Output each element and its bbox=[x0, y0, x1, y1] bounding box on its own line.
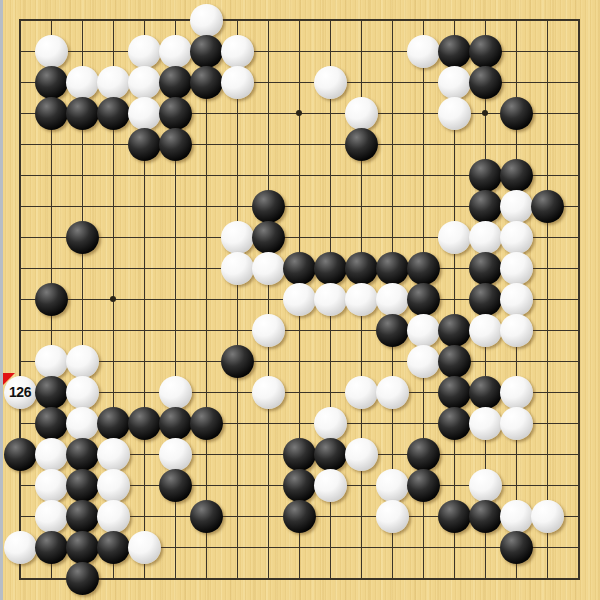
black-stone bbox=[407, 283, 440, 316]
white-stone bbox=[345, 438, 378, 471]
white-stone bbox=[159, 35, 192, 68]
white-stone bbox=[35, 438, 68, 471]
black-stone bbox=[159, 97, 192, 130]
white-stone bbox=[66, 407, 99, 440]
black-stone bbox=[438, 500, 471, 533]
star-point bbox=[482, 110, 488, 116]
white-stone bbox=[438, 221, 471, 254]
black-stone bbox=[35, 66, 68, 99]
white-stone bbox=[252, 252, 285, 285]
black-stone bbox=[128, 128, 161, 161]
go-board[interactable]: 126 bbox=[0, 0, 600, 600]
black-stone bbox=[438, 345, 471, 378]
black-stone bbox=[159, 469, 192, 502]
black-stone bbox=[66, 469, 99, 502]
white-stone bbox=[283, 283, 316, 316]
white-stone bbox=[221, 66, 254, 99]
black-stone bbox=[438, 314, 471, 347]
black-stone bbox=[66, 438, 99, 471]
black-stone bbox=[159, 407, 192, 440]
black-stone bbox=[66, 500, 99, 533]
white-stone bbox=[66, 66, 99, 99]
white-stone bbox=[376, 283, 409, 316]
black-stone bbox=[469, 66, 502, 99]
black-stone bbox=[35, 283, 68, 316]
white-stone bbox=[252, 314, 285, 347]
white-stone bbox=[407, 314, 440, 347]
white-stone bbox=[159, 438, 192, 471]
white-stone bbox=[221, 35, 254, 68]
white-stone bbox=[500, 283, 533, 316]
white-stone bbox=[531, 500, 564, 533]
white-stone bbox=[469, 221, 502, 254]
black-stone bbox=[252, 221, 285, 254]
black-stone bbox=[66, 562, 99, 595]
white-stone bbox=[35, 35, 68, 68]
white-stone bbox=[314, 407, 347, 440]
black-stone bbox=[159, 128, 192, 161]
white-stone bbox=[35, 345, 68, 378]
black-stone bbox=[190, 66, 223, 99]
star-point bbox=[296, 110, 302, 116]
black-stone bbox=[128, 407, 161, 440]
white-stone bbox=[376, 469, 409, 502]
white-stone bbox=[66, 376, 99, 409]
black-stone bbox=[221, 345, 254, 378]
black-stone bbox=[345, 252, 378, 285]
window-edge-strip bbox=[0, 0, 3, 600]
black-stone bbox=[283, 500, 316, 533]
white-stone bbox=[500, 252, 533, 285]
white-stone bbox=[345, 376, 378, 409]
black-stone bbox=[345, 128, 378, 161]
black-stone bbox=[314, 438, 347, 471]
white-stone bbox=[407, 345, 440, 378]
white-stone bbox=[469, 469, 502, 502]
black-stone bbox=[469, 35, 502, 68]
white-stone bbox=[252, 376, 285, 409]
white-stone bbox=[314, 469, 347, 502]
white-stone bbox=[500, 314, 533, 347]
white-stone bbox=[35, 469, 68, 502]
black-stone bbox=[500, 159, 533, 192]
grid-line bbox=[547, 20, 548, 578]
black-stone bbox=[35, 376, 68, 409]
black-stone bbox=[469, 376, 502, 409]
black-stone bbox=[4, 438, 37, 471]
black-stone bbox=[500, 97, 533, 130]
white-stone bbox=[314, 283, 347, 316]
white-stone bbox=[500, 500, 533, 533]
white-stone bbox=[469, 314, 502, 347]
white-stone bbox=[159, 376, 192, 409]
black-stone bbox=[469, 190, 502, 223]
black-stone bbox=[159, 66, 192, 99]
black-stone bbox=[283, 438, 316, 471]
white-stone bbox=[376, 376, 409, 409]
grid-line bbox=[20, 361, 578, 362]
white-stone bbox=[128, 35, 161, 68]
black-stone bbox=[438, 376, 471, 409]
black-stone bbox=[407, 252, 440, 285]
black-stone bbox=[438, 35, 471, 68]
white-stone bbox=[500, 190, 533, 223]
black-stone bbox=[35, 97, 68, 130]
black-stone bbox=[469, 500, 502, 533]
black-stone bbox=[190, 35, 223, 68]
white-stone bbox=[128, 531, 161, 564]
white-stone bbox=[128, 66, 161, 99]
black-stone bbox=[97, 407, 130, 440]
black-stone bbox=[97, 97, 130, 130]
black-stone bbox=[190, 407, 223, 440]
white-stone bbox=[438, 66, 471, 99]
white-stone bbox=[345, 283, 378, 316]
white-stone bbox=[128, 97, 161, 130]
black-stone bbox=[35, 407, 68, 440]
black-stone bbox=[531, 190, 564, 223]
black-stone bbox=[190, 500, 223, 533]
white-stone bbox=[345, 97, 378, 130]
white-stone bbox=[500, 407, 533, 440]
black-stone bbox=[314, 252, 347, 285]
black-stone bbox=[35, 531, 68, 564]
white-stone bbox=[438, 97, 471, 130]
black-stone bbox=[500, 531, 533, 564]
black-stone bbox=[66, 97, 99, 130]
white-stone bbox=[407, 35, 440, 68]
white-stone bbox=[97, 438, 130, 471]
black-stone bbox=[376, 314, 409, 347]
black-stone bbox=[66, 531, 99, 564]
star-point bbox=[110, 296, 116, 302]
white-stone bbox=[376, 500, 409, 533]
black-stone bbox=[438, 407, 471, 440]
white-stone bbox=[314, 66, 347, 99]
white-stone bbox=[469, 407, 502, 440]
white-stone bbox=[221, 221, 254, 254]
black-stone bbox=[66, 221, 99, 254]
black-stone bbox=[376, 252, 409, 285]
white-stone bbox=[35, 500, 68, 533]
white-stone bbox=[97, 500, 130, 533]
red-triangle-marker bbox=[1, 373, 15, 387]
black-stone bbox=[469, 159, 502, 192]
white-stone bbox=[500, 376, 533, 409]
white-stone bbox=[190, 4, 223, 37]
black-stone bbox=[407, 438, 440, 471]
white-stone bbox=[221, 252, 254, 285]
white-stone bbox=[97, 66, 130, 99]
black-stone bbox=[283, 469, 316, 502]
black-stone bbox=[469, 252, 502, 285]
black-stone bbox=[97, 531, 130, 564]
black-stone bbox=[283, 252, 316, 285]
white-stone bbox=[66, 345, 99, 378]
white-stone bbox=[97, 469, 130, 502]
black-stone bbox=[407, 469, 440, 502]
white-stone bbox=[4, 531, 37, 564]
black-stone bbox=[252, 190, 285, 223]
black-stone bbox=[469, 283, 502, 316]
white-stone bbox=[500, 221, 533, 254]
